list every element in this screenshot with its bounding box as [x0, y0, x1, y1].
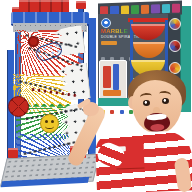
lid-tile — [172, 3, 180, 12]
small-red-disc — [28, 36, 39, 47]
yellow-smiley-wheel — [40, 114, 59, 133]
red-block-cap — [76, 1, 86, 9]
lid-tile — [121, 5, 129, 14]
red-spoke-wheel — [8, 96, 29, 117]
excited-boy — [78, 70, 192, 192]
teeth — [146, 113, 166, 120]
face — [132, 80, 182, 134]
mini-top-beam — [128, 18, 170, 22]
base-red-block — [8, 148, 18, 158]
tongue — [150, 124, 164, 132]
open-mouth — [143, 112, 170, 133]
lid-tile — [151, 4, 159, 13]
detail-circle-photo — [169, 18, 181, 30]
product-photo: MARBLE RUN DOUBLE SPIRAL TRACK — [0, 0, 192, 192]
lid-tile — [131, 5, 139, 14]
smiley-mouth — [45, 123, 54, 129]
brand-logo-icon — [101, 18, 111, 28]
eye — [162, 98, 169, 104]
lid-tile — [162, 3, 170, 12]
detail-circle-photo — [169, 40, 181, 52]
age-badge — [101, 41, 117, 45]
mini-orange-slide — [133, 42, 165, 58]
lid-tile — [141, 4, 149, 13]
eye — [143, 100, 150, 106]
mini-red-slide — [131, 24, 165, 40]
